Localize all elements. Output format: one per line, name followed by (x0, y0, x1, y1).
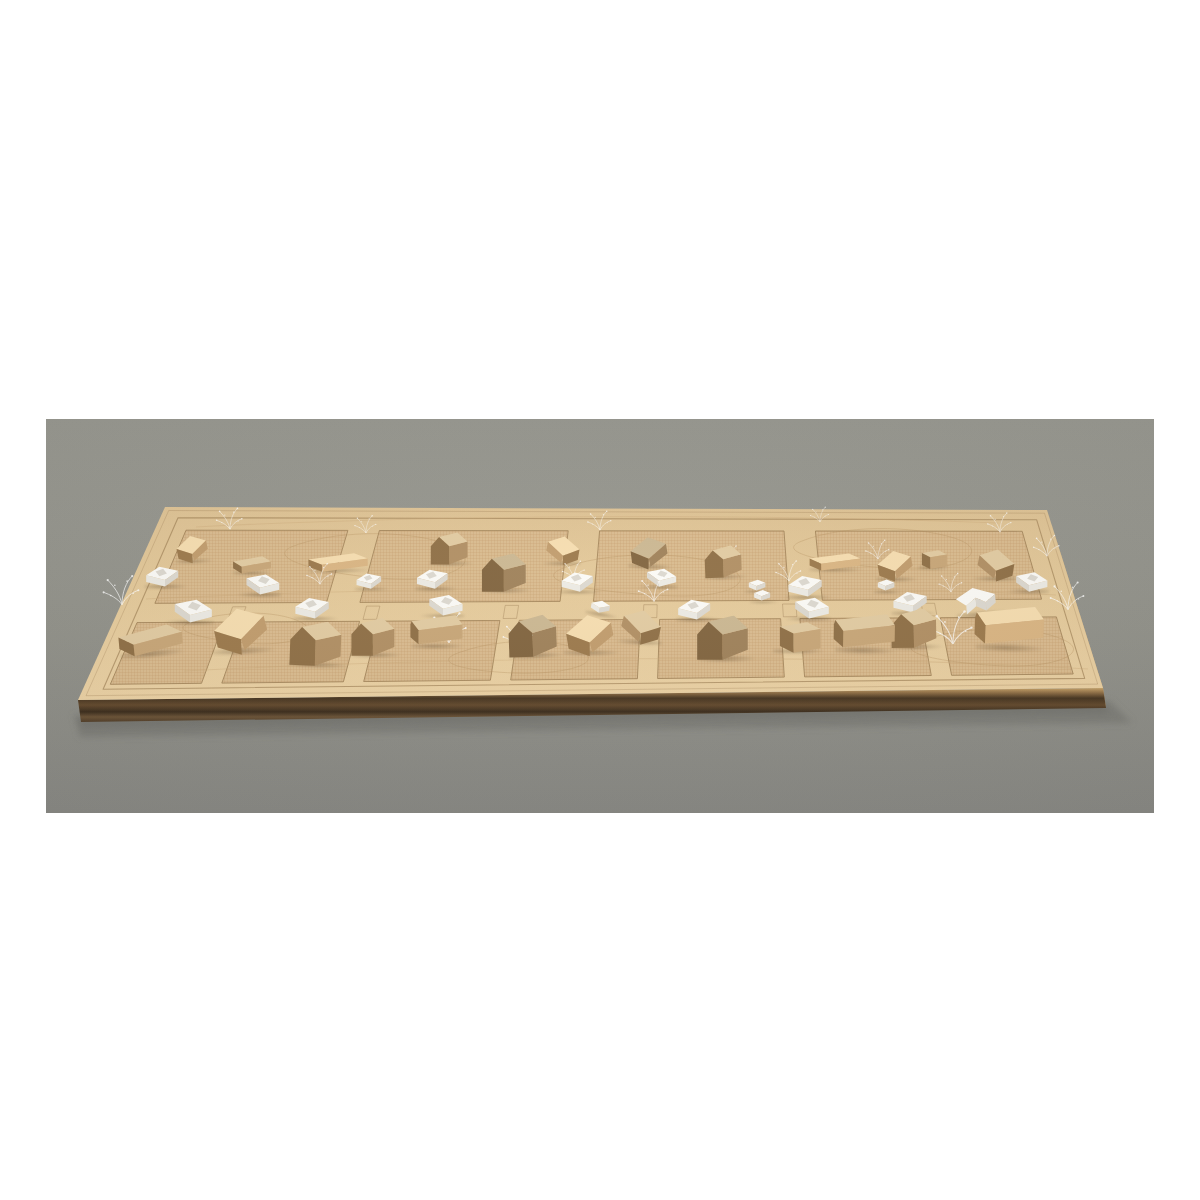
white-small (749, 581, 779, 606)
house-side (972, 595, 1047, 659)
slab (305, 539, 370, 576)
house-front (702, 545, 747, 583)
white-L (558, 561, 602, 598)
house-diag (541, 533, 583, 568)
house-diag (173, 532, 214, 566)
white-L (785, 585, 833, 625)
white-L (291, 585, 338, 624)
white-small (873, 570, 904, 596)
plant (212, 502, 248, 532)
plant (1030, 530, 1066, 560)
white-L (638, 558, 679, 592)
plant (925, 603, 980, 649)
slab (807, 540, 862, 574)
plant (97, 567, 146, 608)
white-L (1007, 560, 1051, 597)
house-diag (207, 601, 277, 660)
house-front (429, 532, 473, 569)
plant (584, 505, 616, 532)
plant (633, 571, 674, 605)
plant (559, 556, 590, 582)
plant (1045, 574, 1091, 613)
house-front (695, 615, 756, 666)
plant (935, 568, 967, 595)
white-L (413, 558, 456, 594)
plant (983, 508, 1016, 535)
white-L (354, 564, 389, 593)
cube (917, 544, 950, 572)
house-diag (561, 610, 621, 660)
house-front (287, 620, 350, 673)
white-L (142, 554, 187, 592)
house-diag (614, 605, 666, 649)
slab (232, 544, 273, 578)
pieces-layer (46, 419, 1154, 813)
house-side (832, 604, 898, 659)
house-front (350, 618, 402, 661)
plant (303, 558, 338, 587)
plant (424, 605, 474, 647)
white-L (890, 580, 937, 619)
plant (352, 511, 382, 536)
white-L (419, 582, 466, 621)
white-small (744, 570, 775, 595)
slab (113, 601, 187, 665)
white-L (237, 561, 283, 600)
white-small (583, 588, 622, 622)
house-diag (626, 533, 674, 574)
house-side (409, 607, 464, 653)
house-diag (874, 548, 918, 585)
white-arrow (952, 570, 1014, 623)
house-diag (971, 546, 1018, 585)
plant (715, 541, 744, 565)
plant (498, 616, 540, 651)
plant (807, 503, 832, 524)
white-L (164, 585, 216, 629)
house-front (889, 608, 944, 654)
white-L (784, 564, 831, 603)
house-front (506, 614, 565, 664)
plant (772, 555, 807, 584)
cube (770, 613, 824, 658)
white-L (675, 587, 720, 625)
model-photo (46, 419, 1154, 813)
plant (862, 535, 894, 562)
house-front (479, 553, 532, 597)
